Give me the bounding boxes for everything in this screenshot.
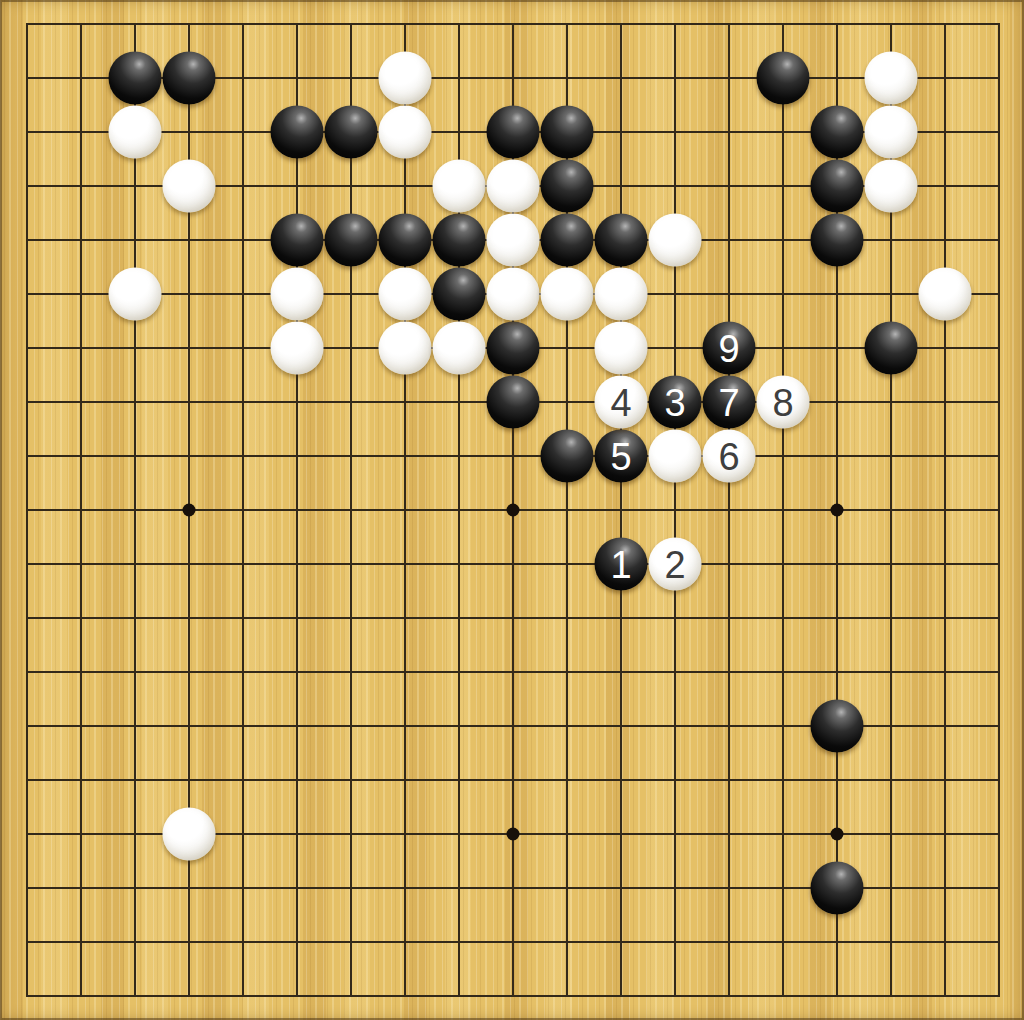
- stone-white: [379, 52, 432, 105]
- move-number-label: 2: [664, 545, 685, 583]
- stone-black: 7: [703, 376, 756, 429]
- grid-line-horizontal: [26, 563, 1000, 565]
- move-number-label: 4: [610, 383, 631, 421]
- grid-line-vertical: [782, 23, 784, 997]
- stone-black: [433, 268, 486, 321]
- stone-white: [109, 106, 162, 159]
- stone-white: [595, 322, 648, 375]
- stone-white: [649, 214, 702, 267]
- grid-line-vertical: [944, 23, 946, 997]
- hoshi-star-point: [183, 504, 196, 517]
- stone-white: 8: [757, 376, 810, 429]
- move-number-label: 9: [718, 329, 739, 367]
- stone-black: [325, 214, 378, 267]
- stone-black: 3: [649, 376, 702, 429]
- grid-line-vertical: [728, 23, 730, 997]
- move-number-label: 6: [718, 437, 739, 475]
- stone-black: [487, 376, 540, 429]
- stone-white: 6: [703, 430, 756, 483]
- go-board: 937514862: [0, 0, 1024, 1020]
- stone-black: 1: [595, 538, 648, 591]
- stone-black: [541, 160, 594, 213]
- stone-black: [109, 52, 162, 105]
- move-number-label: 7: [718, 383, 739, 421]
- stone-black: 9: [703, 322, 756, 375]
- move-number-label: 1: [610, 545, 631, 583]
- stone-black: [595, 214, 648, 267]
- grid-line-horizontal: [26, 995, 1000, 997]
- grid-line-horizontal: [26, 779, 1000, 781]
- stone-white: [865, 106, 918, 159]
- grid-line-horizontal: [26, 617, 1000, 619]
- stone-black: [865, 322, 918, 375]
- stone-white: [541, 268, 594, 321]
- grid-line-vertical: [674, 23, 676, 997]
- grid-line-vertical: [998, 23, 1000, 997]
- stone-white: 2: [649, 538, 702, 591]
- stone-black: [325, 106, 378, 159]
- stone-white: [163, 808, 216, 861]
- hoshi-star-point: [831, 504, 844, 517]
- stone-black: [271, 106, 324, 159]
- stone-white: [379, 268, 432, 321]
- move-number-label: 5: [610, 437, 631, 475]
- stone-white: [271, 322, 324, 375]
- stone-black: [811, 214, 864, 267]
- stone-white: [487, 160, 540, 213]
- grid-line-horizontal: [26, 671, 1000, 673]
- move-number-label: 8: [772, 383, 793, 421]
- stone-white: [163, 160, 216, 213]
- stone-black: [271, 214, 324, 267]
- stone-white: [487, 214, 540, 267]
- stone-black: [379, 214, 432, 267]
- stone-white: [649, 430, 702, 483]
- hoshi-star-point: [831, 828, 844, 841]
- stone-white: [595, 268, 648, 321]
- stone-black: [757, 52, 810, 105]
- stone-black: [433, 214, 486, 267]
- stone-black: [541, 430, 594, 483]
- stone-black: [811, 160, 864, 213]
- stone-white: [433, 160, 486, 213]
- stone-black: [487, 322, 540, 375]
- grid-line-horizontal: [26, 941, 1000, 943]
- stone-white: [433, 322, 486, 375]
- stone-black: [811, 106, 864, 159]
- stone-white: [379, 322, 432, 375]
- stone-black: [541, 106, 594, 159]
- stone-black: [487, 106, 540, 159]
- stone-white: [109, 268, 162, 321]
- stone-white: [865, 52, 918, 105]
- stone-white: 4: [595, 376, 648, 429]
- stone-black: [811, 862, 864, 915]
- move-number-label: 3: [664, 383, 685, 421]
- stone-white: [865, 160, 918, 213]
- stone-black: 5: [595, 430, 648, 483]
- hoshi-star-point: [507, 504, 520, 517]
- stone-black: [811, 700, 864, 753]
- stone-black: [163, 52, 216, 105]
- stone-white: [379, 106, 432, 159]
- stone-white: [487, 268, 540, 321]
- stone-black: [541, 214, 594, 267]
- stone-white: [919, 268, 972, 321]
- stone-white: [271, 268, 324, 321]
- hoshi-star-point: [507, 828, 520, 841]
- grid-line-vertical: [620, 23, 622, 997]
